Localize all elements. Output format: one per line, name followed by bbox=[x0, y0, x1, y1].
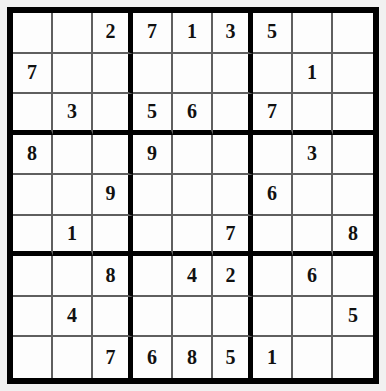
cell-r2c9-empty[interactable] bbox=[333, 54, 373, 95]
cell-r4c4-given: 9 bbox=[133, 135, 173, 176]
cell-r5c9-empty[interactable] bbox=[333, 175, 373, 216]
cell-r6c9-given: 8 bbox=[333, 216, 373, 257]
cell-r4c2-empty[interactable] bbox=[53, 135, 93, 176]
cell-r5c5-empty[interactable] bbox=[173, 175, 213, 216]
cell-r9c5-given: 8 bbox=[173, 337, 213, 378]
cell-r3c7-given: 7 bbox=[253, 94, 293, 135]
cell-r4c9-empty[interactable] bbox=[333, 135, 373, 176]
cell-r8c8-empty[interactable] bbox=[293, 297, 333, 338]
cell-r8c3-empty[interactable] bbox=[93, 297, 133, 338]
cell-r4c6-empty[interactable] bbox=[213, 135, 253, 176]
cell-r3c2-given: 3 bbox=[53, 94, 93, 135]
cell-r7c2-empty[interactable] bbox=[53, 256, 93, 297]
cell-r4c7-empty[interactable] bbox=[253, 135, 293, 176]
cell-r7c1-empty[interactable] bbox=[13, 256, 53, 297]
cell-r9c2-empty[interactable] bbox=[53, 337, 93, 378]
cell-r7c4-empty[interactable] bbox=[133, 256, 173, 297]
cell-r9c4-given: 6 bbox=[133, 337, 173, 378]
cell-r9c3-given: 7 bbox=[93, 337, 133, 378]
cell-r1c6-given: 3 bbox=[213, 13, 253, 54]
cell-r6c2-given: 1 bbox=[53, 216, 93, 257]
cell-r7c3-given: 8 bbox=[93, 256, 133, 297]
cell-r4c8-given: 3 bbox=[293, 135, 333, 176]
cell-r3c5-given: 6 bbox=[173, 94, 213, 135]
cell-r4c3-empty[interactable] bbox=[93, 135, 133, 176]
cell-r5c1-empty[interactable] bbox=[13, 175, 53, 216]
cell-r5c8-empty[interactable] bbox=[293, 175, 333, 216]
cell-r8c9-given: 5 bbox=[333, 297, 373, 338]
cell-r6c8-empty[interactable] bbox=[293, 216, 333, 257]
cell-r5c4-empty[interactable] bbox=[133, 175, 173, 216]
cell-r6c4-empty[interactable] bbox=[133, 216, 173, 257]
cell-r8c2-given: 4 bbox=[53, 297, 93, 338]
cell-r5c7-given: 6 bbox=[253, 175, 293, 216]
cell-r8c6-empty[interactable] bbox=[213, 297, 253, 338]
cell-r6c1-empty[interactable] bbox=[13, 216, 53, 257]
cell-r6c3-empty[interactable] bbox=[93, 216, 133, 257]
cell-r2c2-empty[interactable] bbox=[53, 54, 93, 95]
cell-r5c3-given: 9 bbox=[93, 175, 133, 216]
cell-r9c7-given: 1 bbox=[253, 337, 293, 378]
cell-r3c1-empty[interactable] bbox=[13, 94, 53, 135]
cell-r7c9-empty[interactable] bbox=[333, 256, 373, 297]
cell-r1c7-given: 5 bbox=[253, 13, 293, 54]
cell-r1c8-empty[interactable] bbox=[293, 13, 333, 54]
cell-r7c8-given: 6 bbox=[293, 256, 333, 297]
cell-r8c1-empty[interactable] bbox=[13, 297, 53, 338]
cell-r6c5-empty[interactable] bbox=[173, 216, 213, 257]
cell-r9c8-empty[interactable] bbox=[293, 337, 333, 378]
cell-r8c7-empty[interactable] bbox=[253, 297, 293, 338]
cell-r3c6-empty[interactable] bbox=[213, 94, 253, 135]
cell-r3c4-given: 5 bbox=[133, 94, 173, 135]
cell-r7c6-given: 2 bbox=[213, 256, 253, 297]
cell-r8c4-empty[interactable] bbox=[133, 297, 173, 338]
cell-r2c3-empty[interactable] bbox=[93, 54, 133, 95]
cell-r7c7-empty[interactable] bbox=[253, 256, 293, 297]
cell-r5c2-empty[interactable] bbox=[53, 175, 93, 216]
cell-r9c6-given: 5 bbox=[213, 337, 253, 378]
cell-r2c5-empty[interactable] bbox=[173, 54, 213, 95]
cell-r1c4-given: 7 bbox=[133, 13, 173, 54]
cell-r4c5-empty[interactable] bbox=[173, 135, 213, 176]
cell-r7c5-given: 4 bbox=[173, 256, 213, 297]
cell-r3c8-empty[interactable] bbox=[293, 94, 333, 135]
cell-r6c6-given: 7 bbox=[213, 216, 253, 257]
sudoku-board: 271357135678939617884264576851 bbox=[7, 7, 379, 384]
cell-r2c8-given: 1 bbox=[293, 54, 333, 95]
cell-r1c5-given: 1 bbox=[173, 13, 213, 54]
cell-r9c1-empty[interactable] bbox=[13, 337, 53, 378]
cell-r1c9-empty[interactable] bbox=[333, 13, 373, 54]
cell-r2c6-empty[interactable] bbox=[213, 54, 253, 95]
cell-r3c3-empty[interactable] bbox=[93, 94, 133, 135]
cell-r5c6-empty[interactable] bbox=[213, 175, 253, 216]
cell-r2c7-empty[interactable] bbox=[253, 54, 293, 95]
cell-r3c9-empty[interactable] bbox=[333, 94, 373, 135]
cell-r8c5-empty[interactable] bbox=[173, 297, 213, 338]
cell-r1c3-given: 2 bbox=[93, 13, 133, 54]
cell-r1c1-empty[interactable] bbox=[13, 13, 53, 54]
cell-r2c4-empty[interactable] bbox=[133, 54, 173, 95]
cell-r2c1-given: 7 bbox=[13, 54, 53, 95]
cell-r9c9-empty[interactable] bbox=[333, 337, 373, 378]
cell-r4c1-given: 8 bbox=[13, 135, 53, 176]
cell-r6c7-empty[interactable] bbox=[253, 216, 293, 257]
cell-r1c2-empty[interactable] bbox=[53, 13, 93, 54]
